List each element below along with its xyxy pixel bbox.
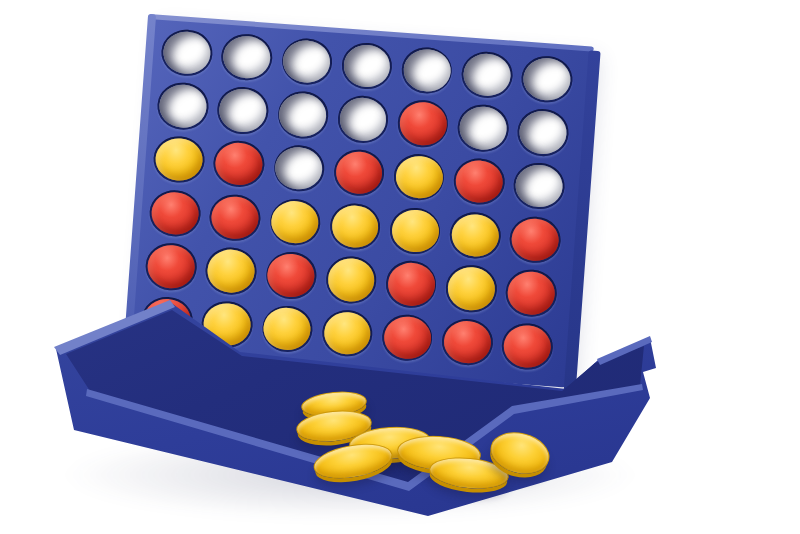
red-disc-face <box>506 270 556 316</box>
empty-hole <box>280 37 334 87</box>
empty-hole-face <box>278 92 328 138</box>
red-disc-face <box>382 315 432 361</box>
yellow-disc-face <box>322 311 372 357</box>
empty-hole-face <box>282 39 332 85</box>
cell-r2-c1[interactable] <box>155 79 212 132</box>
red-disc-face <box>334 150 384 196</box>
empty-hole-face <box>158 83 208 129</box>
cell-r6-c3[interactable] <box>259 302 316 355</box>
empty-hole <box>216 86 270 136</box>
empty-hole-face <box>514 163 564 209</box>
cell-r3-c5[interactable] <box>391 151 448 204</box>
cell-r3-c1[interactable] <box>151 133 208 186</box>
empty-hole <box>400 45 454 95</box>
cell-r4-c3[interactable] <box>267 195 324 248</box>
empty-hole-face <box>338 96 388 142</box>
red-disc <box>148 188 202 238</box>
cell-r4-c1[interactable] <box>147 186 204 239</box>
empty-hole-face <box>522 56 572 102</box>
cell-r2-c5[interactable] <box>395 97 452 150</box>
cell-r2-c3[interactable] <box>275 88 332 141</box>
red-disc <box>212 139 266 189</box>
red-disc <box>144 242 198 292</box>
cell-r4-c6[interactable] <box>447 209 504 262</box>
yellow-disc <box>328 202 382 252</box>
yellow-disc-face <box>154 137 204 183</box>
red-disc-face <box>442 319 492 365</box>
yellow-disc <box>324 255 378 305</box>
cell-r3-c7[interactable] <box>511 159 568 212</box>
cell-r3-c3[interactable] <box>271 142 328 195</box>
cell-r1-c5[interactable] <box>399 44 456 97</box>
empty-hole <box>272 144 326 194</box>
red-disc-face <box>146 244 196 290</box>
red-disc <box>440 317 494 367</box>
empty-hole <box>336 94 390 144</box>
empty-hole-face <box>518 110 568 156</box>
cell-r1-c7[interactable] <box>519 52 576 105</box>
yellow-disc-face <box>330 204 380 250</box>
yellow-disc-face <box>390 208 440 254</box>
red-disc <box>504 268 558 318</box>
cell-r5-c5[interactable] <box>383 258 440 311</box>
red-disc-face <box>210 195 260 241</box>
yellow-disc <box>448 210 502 260</box>
cell-r5-c7[interactable] <box>503 266 560 319</box>
red-disc-face <box>150 190 200 236</box>
empty-hole <box>460 50 514 100</box>
cell-r4-c2[interactable] <box>207 191 264 244</box>
yellow-disc-face <box>262 306 312 352</box>
yellow-disc-face <box>270 199 320 245</box>
red-disc-face <box>214 141 264 187</box>
empty-hole <box>276 90 330 140</box>
red-disc <box>508 215 562 265</box>
cell-r1-c3[interactable] <box>279 35 336 88</box>
cell-r5-c1[interactable] <box>143 240 200 293</box>
yellow-disc <box>320 309 374 359</box>
empty-hole-face <box>402 47 452 93</box>
cell-r6-c6[interactable] <box>439 316 496 369</box>
red-disc <box>396 99 450 149</box>
cell-r6-c5[interactable] <box>379 311 436 364</box>
empty-hole-face <box>274 146 324 192</box>
cell-r5-c4[interactable] <box>323 253 380 306</box>
yellow-disc <box>444 264 498 314</box>
cell-r4-c4[interactable] <box>327 200 384 253</box>
cell-r4-c5[interactable] <box>387 204 444 257</box>
empty-hole <box>512 161 566 211</box>
empty-hole <box>516 108 570 158</box>
empty-hole <box>160 28 214 78</box>
red-disc <box>264 251 318 301</box>
empty-hole <box>220 32 274 82</box>
red-disc <box>380 313 434 363</box>
yellow-disc <box>268 197 322 247</box>
red-disc-face <box>398 101 448 147</box>
red-disc <box>208 193 262 243</box>
yellow-disc-face <box>394 154 444 200</box>
red-disc-face <box>454 159 504 205</box>
yellow-disc-face <box>446 266 496 312</box>
cell-r3-c4[interactable] <box>331 146 388 199</box>
empty-hole <box>520 54 574 104</box>
cell-r5-c3[interactable] <box>263 249 320 302</box>
cell-r1-c1[interactable] <box>159 26 216 79</box>
red-disc <box>332 148 386 198</box>
empty-hole-face <box>222 34 272 80</box>
connect-four-scene <box>0 0 800 534</box>
cell-r6-c4[interactable] <box>319 307 376 360</box>
red-disc <box>384 259 438 309</box>
cell-r2-c6[interactable] <box>455 101 512 154</box>
yellow-disc-face <box>326 257 376 303</box>
yellow-disc <box>204 246 258 296</box>
cell-r1-c4[interactable] <box>339 39 396 92</box>
red-disc-face <box>502 324 552 370</box>
yellow-disc <box>392 152 446 202</box>
yellow-disc <box>260 304 314 354</box>
cell-r5-c6[interactable] <box>443 262 500 315</box>
red-disc <box>452 157 506 207</box>
cell-r2-c4[interactable] <box>335 93 392 146</box>
empty-hole <box>156 81 210 131</box>
empty-hole-face <box>162 30 212 76</box>
yellow-disc <box>388 206 442 256</box>
yellow-disc <box>152 135 206 185</box>
cell-r4-c7[interactable] <box>507 213 564 266</box>
empty-hole-face <box>462 52 512 98</box>
cell-r6-c7[interactable] <box>499 320 556 373</box>
empty-hole-face <box>218 88 268 134</box>
red-disc <box>500 322 554 372</box>
red-disc-face <box>510 217 560 263</box>
cell-r3-c6[interactable] <box>451 155 508 208</box>
empty-hole-face <box>458 105 508 151</box>
red-disc-face <box>266 253 316 299</box>
empty-hole <box>340 41 394 91</box>
cell-r2-c2[interactable] <box>215 84 272 137</box>
cell-r2-c7[interactable] <box>515 106 572 159</box>
red-disc-face <box>386 261 436 307</box>
yellow-disc-face <box>206 248 256 294</box>
empty-hole-face <box>342 43 392 89</box>
cell-r5-c2[interactable] <box>203 244 260 297</box>
empty-hole <box>456 103 510 153</box>
cell-r3-c2[interactable] <box>211 137 268 190</box>
yellow-disc-face <box>450 212 500 258</box>
cell-r1-c6[interactable] <box>459 48 516 101</box>
cell-r1-c2[interactable] <box>219 30 276 83</box>
